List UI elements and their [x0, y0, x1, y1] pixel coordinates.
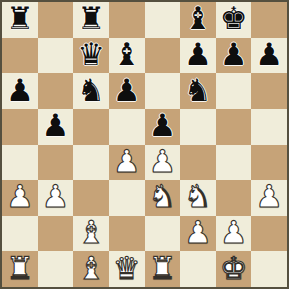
- white-rook-a1[interactable]: ♜: [6, 253, 34, 284]
- square-g7[interactable]: ♟: [216, 38, 252, 74]
- square-c7[interactable]: ♛: [73, 38, 109, 74]
- square-d2[interactable]: [109, 216, 145, 252]
- black-king-g8[interactable]: ♚: [220, 3, 248, 34]
- white-pawn-h3[interactable]: ♟: [255, 181, 283, 212]
- white-pawn-b3[interactable]: ♟: [42, 181, 70, 212]
- black-bishop-d7[interactable]: ♝: [113, 39, 141, 70]
- square-h4[interactable]: [251, 145, 287, 181]
- white-knight-e3[interactable]: ♞: [148, 181, 176, 212]
- square-d7[interactable]: ♝: [109, 38, 145, 74]
- black-rook-c8[interactable]: ♜: [77, 3, 105, 34]
- square-f8[interactable]: ♝: [180, 2, 216, 38]
- square-a6[interactable]: ♟: [2, 73, 38, 109]
- white-pawn-f2[interactable]: ♟: [184, 217, 212, 248]
- black-pawn-g7[interactable]: ♟: [220, 39, 248, 70]
- chess-board: ♜♜♝♚♛♝♟♟♟♟♞♟♞♟♟♟♟♟♟♞♞♟♝♟♟♜♝♛♜♚: [2, 2, 287, 287]
- square-d3[interactable]: [109, 180, 145, 216]
- white-king-g1[interactable]: ♚: [220, 253, 248, 284]
- square-g3[interactable]: [216, 180, 252, 216]
- black-bishop-f8[interactable]: ♝: [184, 3, 212, 34]
- square-b3[interactable]: ♟: [38, 180, 74, 216]
- white-pawn-a3[interactable]: ♟: [6, 181, 34, 212]
- square-g2[interactable]: ♟: [216, 216, 252, 252]
- square-g4[interactable]: [216, 145, 252, 181]
- square-h3[interactable]: ♟: [251, 180, 287, 216]
- square-d1[interactable]: ♛: [109, 251, 145, 287]
- square-a4[interactable]: [2, 145, 38, 181]
- square-f5[interactable]: [180, 109, 216, 145]
- square-g8[interactable]: ♚: [216, 2, 252, 38]
- square-c5[interactable]: [73, 109, 109, 145]
- black-knight-c6[interactable]: ♞: [77, 75, 105, 106]
- square-h7[interactable]: ♟: [251, 38, 287, 74]
- square-e5[interactable]: ♟: [145, 109, 181, 145]
- square-e6[interactable]: [145, 73, 181, 109]
- square-a7[interactable]: [2, 38, 38, 74]
- square-a2[interactable]: [2, 216, 38, 252]
- square-e3[interactable]: ♞: [145, 180, 181, 216]
- square-c8[interactable]: ♜: [73, 2, 109, 38]
- square-c1[interactable]: ♝: [73, 251, 109, 287]
- square-g6[interactable]: [216, 73, 252, 109]
- square-e8[interactable]: [145, 2, 181, 38]
- square-e4[interactable]: ♟: [145, 145, 181, 181]
- black-pawn-d6[interactable]: ♟: [113, 75, 141, 106]
- square-b5[interactable]: ♟: [38, 109, 74, 145]
- square-f7[interactable]: ♟: [180, 38, 216, 74]
- square-f6[interactable]: ♞: [180, 73, 216, 109]
- white-rook-e1[interactable]: ♜: [148, 253, 176, 284]
- square-g1[interactable]: ♚: [216, 251, 252, 287]
- square-b7[interactable]: [38, 38, 74, 74]
- white-bishop-c2[interactable]: ♝: [77, 217, 105, 248]
- square-d4[interactable]: ♟: [109, 145, 145, 181]
- white-queen-d1[interactable]: ♛: [113, 253, 141, 284]
- square-a1[interactable]: ♜: [2, 251, 38, 287]
- square-g5[interactable]: [216, 109, 252, 145]
- square-c3[interactable]: [73, 180, 109, 216]
- square-d5[interactable]: [109, 109, 145, 145]
- square-a8[interactable]: ♜: [2, 2, 38, 38]
- square-h2[interactable]: [251, 216, 287, 252]
- square-h1[interactable]: [251, 251, 287, 287]
- chess-board-frame: ♜♜♝♚♛♝♟♟♟♟♞♟♞♟♟♟♟♟♟♞♞♟♝♟♟♜♝♛♜♚: [0, 0, 289, 289]
- square-f2[interactable]: ♟: [180, 216, 216, 252]
- square-c2[interactable]: ♝: [73, 216, 109, 252]
- square-e2[interactable]: [145, 216, 181, 252]
- white-pawn-g2[interactable]: ♟: [220, 217, 248, 248]
- black-pawn-a6[interactable]: ♟: [6, 75, 34, 106]
- black-queen-c7[interactable]: ♛: [77, 39, 105, 70]
- black-pawn-b5[interactable]: ♟: [42, 110, 70, 141]
- black-pawn-h7[interactable]: ♟: [255, 39, 283, 70]
- square-c4[interactable]: [73, 145, 109, 181]
- square-b1[interactable]: [38, 251, 74, 287]
- square-h6[interactable]: [251, 73, 287, 109]
- square-b8[interactable]: [38, 2, 74, 38]
- white-pawn-d4[interactable]: ♟: [113, 146, 141, 177]
- white-bishop-c1[interactable]: ♝: [77, 253, 105, 284]
- black-rook-a8[interactable]: ♜: [6, 3, 34, 34]
- square-e7[interactable]: [145, 38, 181, 74]
- square-h5[interactable]: [251, 109, 287, 145]
- square-f1[interactable]: [180, 251, 216, 287]
- square-a3[interactable]: ♟: [2, 180, 38, 216]
- black-pawn-e5[interactable]: ♟: [148, 110, 176, 141]
- square-a5[interactable]: [2, 109, 38, 145]
- white-knight-f3[interactable]: ♞: [184, 181, 212, 212]
- white-pawn-e4[interactable]: ♟: [148, 146, 176, 177]
- black-pawn-f7[interactable]: ♟: [184, 39, 212, 70]
- black-knight-f6[interactable]: ♞: [184, 75, 212, 106]
- square-f4[interactable]: [180, 145, 216, 181]
- square-b4[interactable]: [38, 145, 74, 181]
- square-c6[interactable]: ♞: [73, 73, 109, 109]
- square-f3[interactable]: ♞: [180, 180, 216, 216]
- square-d8[interactable]: [109, 2, 145, 38]
- square-d6[interactable]: ♟: [109, 73, 145, 109]
- square-h8[interactable]: [251, 2, 287, 38]
- square-b6[interactable]: [38, 73, 74, 109]
- square-b2[interactable]: [38, 216, 74, 252]
- square-e1[interactable]: ♜: [145, 251, 181, 287]
